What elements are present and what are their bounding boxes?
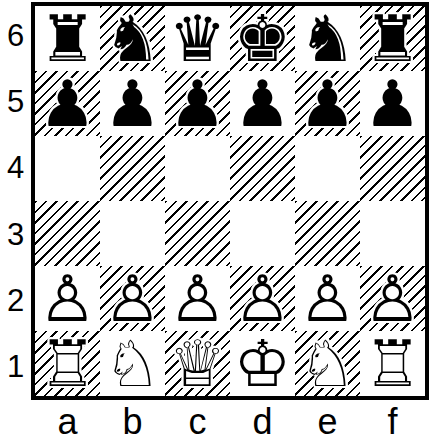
rank-label-2: 2 <box>0 267 31 333</box>
square-e2[interactable]: ♟♙ <box>295 266 360 331</box>
piece-glyph: ♖ <box>35 331 100 396</box>
piece-fill-layer: ♞ <box>295 331 360 396</box>
piece-fill-layer: ♜ <box>35 6 100 71</box>
piece-fill-layer: ♟ <box>165 71 230 136</box>
white-knight[interactable]: ♞♘ <box>100 331 165 396</box>
piece-glyph: ♖ <box>360 331 425 396</box>
white-king[interactable]: ♚♔ <box>230 331 295 396</box>
piece-fill-layer: ♞ <box>100 6 165 71</box>
piece-fill-layer: ♟ <box>165 266 230 331</box>
white-pawn[interactable]: ♟♙ <box>100 266 165 331</box>
black-king[interactable]: ♚♚ <box>230 6 295 71</box>
square-f3[interactable] <box>360 201 425 266</box>
square-b6[interactable]: ♞♞ <box>100 6 165 71</box>
piece-fill-layer: ♟ <box>295 266 360 331</box>
white-rook[interactable]: ♜♖ <box>35 331 100 396</box>
black-pawn[interactable]: ♟♟ <box>360 71 425 136</box>
piece-fill-layer: ♟ <box>230 71 295 136</box>
square-e1[interactable]: ♞♘ <box>295 331 360 396</box>
square-d6[interactable]: ♚♚ <box>230 6 295 71</box>
white-rook[interactable]: ♜♖ <box>360 331 425 396</box>
square-d4[interactable] <box>230 136 295 201</box>
piece-glyph: ♟ <box>230 71 295 136</box>
chess-diagram: 654321 ♜♜♞♞♛♛♚♚♞♞♜♜♟♟♟♟♟♟♟♟♟♟♟♟♟♙♟♙♟♙♟♙♟… <box>0 0 429 438</box>
square-b5[interactable]: ♟♟ <box>100 71 165 136</box>
square-d2[interactable]: ♟♙ <box>230 266 295 331</box>
square-d3[interactable] <box>230 201 295 266</box>
piece-glyph: ♙ <box>230 266 295 331</box>
file-label-d: d <box>230 401 295 438</box>
piece-glyph: ♟ <box>360 71 425 136</box>
piece-glyph: ♟ <box>100 71 165 136</box>
square-c4[interactable] <box>165 136 230 201</box>
square-b1[interactable]: ♞♘ <box>100 331 165 396</box>
piece-glyph: ♙ <box>35 266 100 331</box>
rank-label-3: 3 <box>0 201 31 267</box>
square-f1[interactable]: ♜♖ <box>360 331 425 396</box>
file-label-a: a <box>35 401 100 438</box>
piece-fill-layer: ♟ <box>295 71 360 136</box>
square-e4[interactable] <box>295 136 360 201</box>
black-pawn[interactable]: ♟♟ <box>100 71 165 136</box>
piece-glyph: ♟ <box>35 71 100 136</box>
black-pawn[interactable]: ♟♟ <box>35 71 100 136</box>
square-a6[interactable]: ♜♜ <box>35 6 100 71</box>
square-c5[interactable]: ♟♟ <box>165 71 230 136</box>
piece-fill-layer: ♞ <box>100 331 165 396</box>
piece-fill-layer: ♜ <box>360 6 425 71</box>
piece-glyph: ♙ <box>295 266 360 331</box>
piece-glyph: ♙ <box>165 266 230 331</box>
piece-fill-layer: ♟ <box>360 266 425 331</box>
rank-label-1: 1 <box>0 334 31 400</box>
piece-glyph: ♔ <box>230 331 295 396</box>
piece-fill-layer: ♛ <box>165 6 230 71</box>
piece-fill-layer: ♟ <box>35 266 100 331</box>
square-f4[interactable] <box>360 136 425 201</box>
square-a1[interactable]: ♜♖ <box>35 331 100 396</box>
square-e3[interactable] <box>295 201 360 266</box>
piece-glyph: ♟ <box>295 71 360 136</box>
piece-fill-layer: ♟ <box>100 266 165 331</box>
piece-fill-layer: ♟ <box>360 71 425 136</box>
square-c1[interactable]: ♛♕ <box>165 331 230 396</box>
file-label-e: e <box>295 401 360 438</box>
piece-fill-layer: ♚ <box>230 331 295 396</box>
square-b4[interactable] <box>100 136 165 201</box>
white-pawn[interactable]: ♟♙ <box>360 266 425 331</box>
chess-board: ♜♜♞♞♛♛♚♚♞♞♜♜♟♟♟♟♟♟♟♟♟♟♟♟♟♙♟♙♟♙♟♙♟♙♟♙♜♖♞♘… <box>31 2 429 400</box>
piece-glyph: ♘ <box>100 331 165 396</box>
square-a3[interactable] <box>35 201 100 266</box>
piece-fill-layer: ♟ <box>35 71 100 136</box>
piece-glyph: ♙ <box>360 266 425 331</box>
piece-glyph: ♞ <box>295 6 360 71</box>
file-label-f: f <box>360 401 425 438</box>
black-knight[interactable]: ♞♞ <box>100 6 165 71</box>
file-label-c: c <box>165 401 230 438</box>
piece-glyph: ♜ <box>35 6 100 71</box>
rank-label-6: 6 <box>0 2 31 68</box>
square-f5[interactable]: ♟♟ <box>360 71 425 136</box>
piece-glyph: ♜ <box>360 6 425 71</box>
square-f2[interactable]: ♟♙ <box>360 266 425 331</box>
black-rook[interactable]: ♜♜ <box>35 6 100 71</box>
square-a2[interactable]: ♟♙ <box>35 266 100 331</box>
piece-fill-layer: ♚ <box>230 6 295 71</box>
square-d1[interactable]: ♚♔ <box>230 331 295 396</box>
square-e5[interactable]: ♟♟ <box>295 71 360 136</box>
white-pawn[interactable]: ♟♙ <box>165 266 230 331</box>
piece-glyph: ♕ <box>165 331 230 396</box>
file-labels: abcdef <box>35 401 425 438</box>
piece-glyph: ♘ <box>295 331 360 396</box>
piece-glyph: ♚ <box>230 6 295 71</box>
white-knight[interactable]: ♞♘ <box>295 331 360 396</box>
white-pawn[interactable]: ♟♙ <box>295 266 360 331</box>
black-pawn[interactable]: ♟♟ <box>230 71 295 136</box>
piece-fill-layer: ♛ <box>165 331 230 396</box>
square-a4[interactable] <box>35 136 100 201</box>
square-b3[interactable] <box>100 201 165 266</box>
rank-label-4: 4 <box>0 135 31 201</box>
black-knight[interactable]: ♞♞ <box>295 6 360 71</box>
white-queen[interactable]: ♛♕ <box>165 331 230 396</box>
square-e6[interactable]: ♞♞ <box>295 6 360 71</box>
piece-glyph: ♟ <box>165 71 230 136</box>
square-c3[interactable] <box>165 201 230 266</box>
piece-fill-layer: ♟ <box>230 266 295 331</box>
black-pawn[interactable]: ♟♟ <box>165 71 230 136</box>
piece-glyph: ♙ <box>100 266 165 331</box>
piece-fill-layer: ♟ <box>100 71 165 136</box>
piece-fill-layer: ♜ <box>360 331 425 396</box>
square-f6[interactable]: ♜♜ <box>360 6 425 71</box>
square-c2[interactable]: ♟♙ <box>165 266 230 331</box>
piece-glyph: ♛ <box>165 6 230 71</box>
square-d5[interactable]: ♟♟ <box>230 71 295 136</box>
black-rook[interactable]: ♜♜ <box>360 6 425 71</box>
rank-label-5: 5 <box>0 68 31 134</box>
piece-fill-layer: ♞ <box>295 6 360 71</box>
rank-labels: 654321 <box>0 2 31 400</box>
square-c6[interactable]: ♛♛ <box>165 6 230 71</box>
piece-fill-layer: ♜ <box>35 331 100 396</box>
black-queen[interactable]: ♛♛ <box>165 6 230 71</box>
square-a5[interactable]: ♟♟ <box>35 71 100 136</box>
file-label-b: b <box>100 401 165 438</box>
white-pawn[interactable]: ♟♙ <box>230 266 295 331</box>
black-pawn[interactable]: ♟♟ <box>295 71 360 136</box>
square-b2[interactable]: ♟♙ <box>100 266 165 331</box>
white-pawn[interactable]: ♟♙ <box>35 266 100 331</box>
piece-glyph: ♞ <box>100 6 165 71</box>
